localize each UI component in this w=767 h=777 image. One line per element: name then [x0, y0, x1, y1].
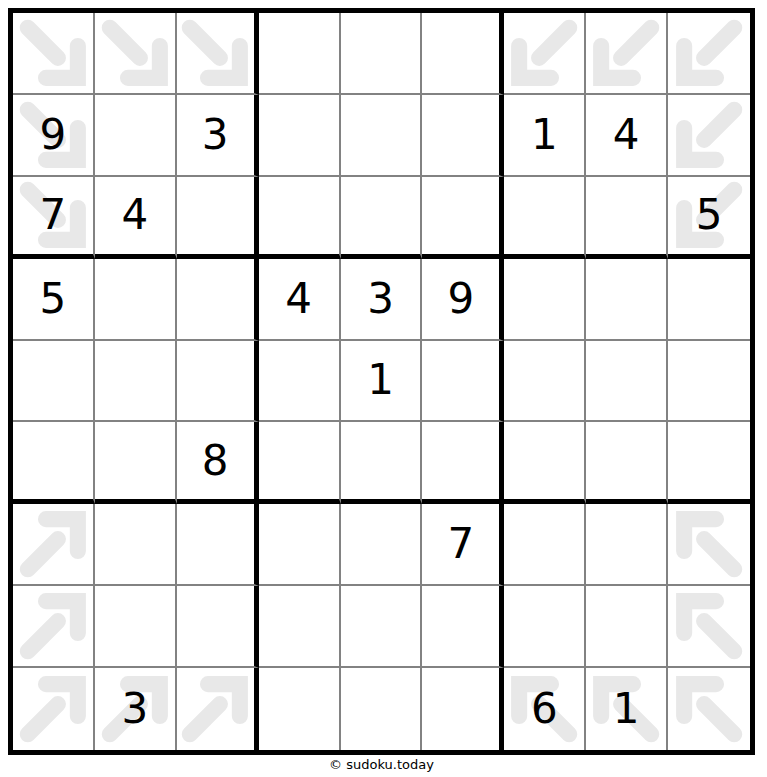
cell-r9c5[interactable]: [341, 668, 423, 750]
given-digit: 3: [202, 114, 229, 156]
given-digit: 8: [202, 440, 229, 482]
cell-r2c8[interactable]: 4: [586, 95, 668, 177]
cell-r4c6[interactable]: 9: [422, 259, 504, 341]
cell-r1c5[interactable]: [341, 13, 423, 95]
given-digit: 5: [696, 194, 723, 236]
cell-r2c3[interactable]: 3: [177, 95, 259, 177]
cell-r6c3[interactable]: 8: [177, 422, 259, 504]
cell-r6c9[interactable]: [668, 422, 750, 504]
cell-r1c7[interactable]: [504, 13, 586, 95]
cell-r7c7[interactable]: [504, 504, 586, 586]
arrow-nw-icon: [674, 509, 744, 579]
cell-r4c4[interactable]: 4: [259, 259, 341, 341]
cell-r4c2[interactable]: [95, 259, 177, 341]
cell-r9c7[interactable]: 6: [504, 668, 586, 750]
cell-r7c3[interactable]: [177, 504, 259, 586]
cell-r5c6[interactable]: [422, 341, 504, 423]
cell-r1c3[interactable]: [177, 13, 259, 95]
cell-r6c8[interactable]: [586, 422, 668, 504]
arrow-se-icon: [100, 18, 170, 88]
cell-r9c3[interactable]: [177, 668, 259, 750]
cell-r1c1[interactable]: [13, 13, 95, 95]
cell-r5c5[interactable]: 1: [341, 341, 423, 423]
cell-r5c4[interactable]: [259, 341, 341, 423]
cell-r4c3[interactable]: [177, 259, 259, 341]
cell-r8c1[interactable]: [13, 586, 95, 668]
cell-r5c7[interactable]: [504, 341, 586, 423]
cell-r3c1[interactable]: 7: [13, 177, 95, 259]
given-digit: 4: [613, 114, 640, 156]
arrow-sw-icon: [674, 100, 744, 170]
cell-r7c9[interactable]: [668, 504, 750, 586]
cell-r2c9[interactable]: [668, 95, 750, 177]
cell-r8c2[interactable]: [95, 586, 177, 668]
cell-r9c1[interactable]: [13, 668, 95, 750]
given-digit: 1: [613, 688, 640, 730]
cell-r1c9[interactable]: [668, 13, 750, 95]
cell-r7c2[interactable]: [95, 504, 177, 586]
cell-r9c8[interactable]: 1: [586, 668, 668, 750]
given-digit: 5: [40, 278, 67, 320]
cell-r8c7[interactable]: [504, 586, 586, 668]
cell-r6c1[interactable]: [13, 422, 95, 504]
cell-r5c2[interactable]: [95, 341, 177, 423]
cell-r1c8[interactable]: [586, 13, 668, 95]
cell-r3c7[interactable]: [504, 177, 586, 259]
given-digit: 1: [531, 114, 558, 156]
copyright: © sudoku.today: [8, 757, 755, 772]
cell-r9c6[interactable]: [422, 668, 504, 750]
cell-r8c3[interactable]: [177, 586, 259, 668]
cell-r3c2[interactable]: 4: [95, 177, 177, 259]
cell-r8c4[interactable]: [259, 586, 341, 668]
cell-r6c2[interactable]: [95, 422, 177, 504]
cell-r8c8[interactable]: [586, 586, 668, 668]
cell-r2c6[interactable]: [422, 95, 504, 177]
cell-r8c5[interactable]: [341, 586, 423, 668]
arrow-ne-icon: [18, 674, 88, 744]
cell-r3c9[interactable]: 5: [668, 177, 750, 259]
given-digit: 9: [40, 114, 67, 156]
cell-r3c6[interactable]: [422, 177, 504, 259]
cell-r5c8[interactable]: [586, 341, 668, 423]
cell-r7c4[interactable]: [259, 504, 341, 586]
cell-r7c6[interactable]: 7: [422, 504, 504, 586]
given-digit: 9: [448, 278, 475, 320]
given-digit: 3: [367, 278, 394, 320]
cell-r7c5[interactable]: [341, 504, 423, 586]
cell-r2c2[interactable]: [95, 95, 177, 177]
cell-r4c7[interactable]: [504, 259, 586, 341]
cell-r6c5[interactable]: [341, 422, 423, 504]
cell-r4c5[interactable]: 3: [341, 259, 423, 341]
cell-r4c9[interactable]: [668, 259, 750, 341]
cell-r2c7[interactable]: 1: [504, 95, 586, 177]
cell-r3c5[interactable]: [341, 177, 423, 259]
cell-r2c1[interactable]: 9: [13, 95, 95, 177]
cell-r5c1[interactable]: [13, 341, 95, 423]
arrow-nw-icon: [674, 674, 744, 744]
cell-r4c1[interactable]: 5: [13, 259, 95, 341]
arrow-sw-icon: [674, 18, 744, 88]
cell-r1c6[interactable]: [422, 13, 504, 95]
given-digit: 6: [531, 688, 558, 730]
cell-r3c4[interactable]: [259, 177, 341, 259]
cell-r1c4[interactable]: [259, 13, 341, 95]
given-digit: 4: [285, 278, 312, 320]
arrow-se-icon: [18, 18, 88, 88]
arrow-nw-icon: [674, 591, 744, 661]
cell-r5c3[interactable]: [177, 341, 259, 423]
cell-r7c1[interactable]: [13, 504, 95, 586]
arrow-sw-icon: [591, 18, 661, 88]
cell-r6c6[interactable]: [422, 422, 504, 504]
given-digit: 1: [367, 359, 394, 401]
cell-r8c6[interactable]: [422, 586, 504, 668]
cell-r6c7[interactable]: [504, 422, 586, 504]
arrow-ne-icon: [18, 509, 88, 579]
cell-r6c4[interactable]: [259, 422, 341, 504]
cell-r8c9[interactable]: [668, 586, 750, 668]
cell-r3c8[interactable]: [586, 177, 668, 259]
arrow-sw-icon: [509, 18, 579, 88]
cell-r9c9[interactable]: [668, 668, 750, 750]
cell-r9c2[interactable]: 3: [95, 668, 177, 750]
arrow-ne-icon: [180, 674, 250, 744]
cell-r3c3[interactable]: [177, 177, 259, 259]
cell-r5c9[interactable]: [668, 341, 750, 423]
cell-r7c8[interactable]: [586, 504, 668, 586]
given-digit: 7: [448, 523, 475, 565]
arrow-se-icon: [180, 18, 250, 88]
cell-r9c4[interactable]: [259, 668, 341, 750]
cell-r2c4[interactable]: [259, 95, 341, 177]
cell-r4c8[interactable]: [586, 259, 668, 341]
given-digit: 4: [121, 194, 148, 236]
cell-r1c2[interactable]: [95, 13, 177, 95]
arrow-ne-icon: [18, 591, 88, 661]
given-digit: 7: [40, 194, 67, 236]
given-digit: 3: [121, 688, 148, 730]
cell-r2c5[interactable]: [341, 95, 423, 177]
sudoku-board: 93147455439187361: [8, 8, 755, 755]
